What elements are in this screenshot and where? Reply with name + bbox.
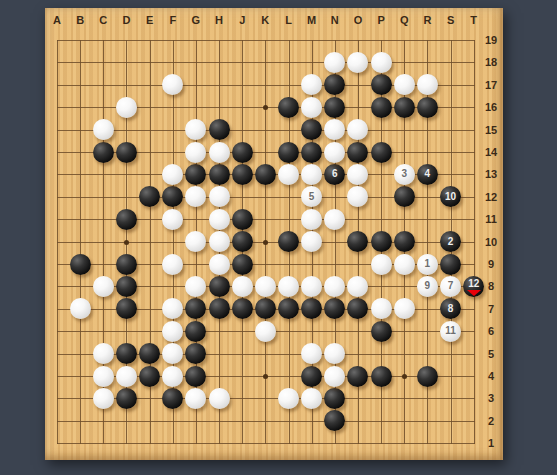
black-stone	[324, 388, 345, 409]
white-stone	[301, 97, 322, 118]
white-stone	[301, 343, 322, 364]
black-stone	[324, 298, 345, 319]
white-stone	[417, 74, 438, 95]
row-label: 17	[478, 76, 504, 94]
move-number: 5	[309, 192, 315, 202]
white-stone	[162, 298, 183, 319]
white-stone	[347, 186, 368, 207]
white-stone	[209, 209, 230, 230]
white-stone	[162, 209, 183, 230]
white-stone	[185, 142, 206, 163]
column-label: G	[186, 11, 206, 29]
black-stone	[417, 97, 438, 118]
last-move-marker	[467, 290, 481, 296]
white-stone	[185, 186, 206, 207]
move-number: 4	[425, 169, 431, 179]
black-stone	[301, 119, 322, 140]
row-label: 10	[478, 233, 504, 251]
black-stone	[371, 366, 392, 387]
row-label: 14	[478, 143, 504, 161]
black-stone: 6	[324, 164, 345, 185]
white-stone	[232, 276, 253, 297]
black-stone	[255, 164, 276, 185]
white-stone	[116, 97, 137, 118]
star-point	[263, 374, 268, 379]
black-stone	[232, 231, 253, 252]
white-stone	[301, 231, 322, 252]
star-point	[402, 374, 407, 379]
black-stone	[162, 388, 183, 409]
column-label: Q	[394, 11, 414, 29]
column-label: S	[441, 11, 461, 29]
column-label: M	[302, 11, 322, 29]
column-label: H	[209, 11, 229, 29]
row-label: 4	[478, 367, 504, 385]
black-stone	[324, 74, 345, 95]
row-label: 16	[478, 98, 504, 116]
black-stone	[371, 97, 392, 118]
black-stone	[70, 254, 91, 275]
white-stone	[93, 276, 114, 297]
white-stone	[347, 164, 368, 185]
column-label: K	[255, 11, 275, 29]
white-stone	[93, 343, 114, 364]
black-stone	[185, 343, 206, 364]
black-stone	[209, 298, 230, 319]
white-stone	[324, 366, 345, 387]
black-stone	[116, 276, 137, 297]
black-stone	[139, 186, 160, 207]
star-point	[124, 240, 129, 245]
column-label: R	[417, 11, 437, 29]
white-stone	[162, 164, 183, 185]
black-stone	[232, 209, 253, 230]
white-stone	[185, 119, 206, 140]
column-label: D	[116, 11, 136, 29]
black-stone	[324, 410, 345, 431]
white-stone	[347, 276, 368, 297]
grid-line	[57, 421, 475, 422]
column-label: J	[232, 11, 252, 29]
move-number: 2	[448, 237, 454, 247]
black-stone	[347, 231, 368, 252]
move-number: 1	[425, 259, 431, 269]
black-stone	[185, 321, 206, 342]
black-stone	[116, 388, 137, 409]
row-label: 15	[478, 121, 504, 139]
row-label: 18	[478, 53, 504, 71]
grid-line	[474, 40, 475, 444]
black-stone	[347, 366, 368, 387]
black-stone	[278, 97, 299, 118]
black-stone	[232, 298, 253, 319]
black-stone	[371, 142, 392, 163]
white-stone	[162, 74, 183, 95]
black-stone	[440, 254, 461, 275]
column-label: T	[464, 11, 484, 29]
column-label: O	[348, 11, 368, 29]
black-stone: 8	[440, 298, 461, 319]
white-stone	[324, 209, 345, 230]
white-stone	[162, 254, 183, 275]
white-stone	[209, 142, 230, 163]
white-stone	[301, 164, 322, 185]
grid-line	[57, 443, 475, 444]
column-label: F	[163, 11, 183, 29]
black-stone	[301, 142, 322, 163]
black-stone	[371, 74, 392, 95]
white-stone	[255, 321, 276, 342]
black-stone	[139, 343, 160, 364]
black-stone	[255, 298, 276, 319]
black-stone	[232, 142, 253, 163]
white-stone	[301, 74, 322, 95]
white-stone	[301, 276, 322, 297]
row-label: 11	[478, 210, 504, 228]
black-stone	[371, 231, 392, 252]
black-stone	[301, 366, 322, 387]
black-stone	[278, 231, 299, 252]
black-stone	[324, 97, 345, 118]
black-stone	[417, 366, 438, 387]
white-stone: 3	[394, 164, 415, 185]
move-number: 10	[445, 192, 456, 202]
column-label: N	[325, 11, 345, 29]
white-stone	[70, 298, 91, 319]
white-stone: 1	[417, 254, 438, 275]
black-stone	[185, 164, 206, 185]
white-stone	[394, 74, 415, 95]
black-stone	[209, 164, 230, 185]
black-stone	[347, 298, 368, 319]
white-stone	[162, 343, 183, 364]
white-stone: 7	[440, 276, 461, 297]
black-stone	[209, 119, 230, 140]
row-label: 5	[478, 345, 504, 363]
row-label: 1	[478, 434, 504, 452]
white-stone: 11	[440, 321, 461, 342]
column-label: A	[47, 11, 67, 29]
black-stone	[278, 142, 299, 163]
white-stone	[371, 254, 392, 275]
black-stone	[394, 97, 415, 118]
white-stone	[209, 186, 230, 207]
white-stone	[93, 366, 114, 387]
black-stone	[116, 209, 137, 230]
white-stone	[324, 276, 345, 297]
white-stone	[301, 388, 322, 409]
star-point	[263, 105, 268, 110]
black-stone	[371, 321, 392, 342]
white-stone	[209, 388, 230, 409]
move-number: 8	[448, 304, 454, 314]
row-label: 9	[478, 255, 504, 273]
row-label: 19	[478, 31, 504, 49]
white-stone	[371, 52, 392, 73]
white-stone	[255, 276, 276, 297]
row-label: 12	[478, 188, 504, 206]
black-stone	[185, 298, 206, 319]
column-label: L	[279, 11, 299, 29]
row-label: 13	[478, 165, 504, 183]
white-stone	[185, 388, 206, 409]
black-stone	[116, 298, 137, 319]
black-stone: 4	[417, 164, 438, 185]
white-stone	[209, 254, 230, 275]
white-stone	[93, 119, 114, 140]
white-stone	[209, 231, 230, 252]
black-stone	[116, 254, 137, 275]
go-board[interactable]: ABCDEFGHJKLMNOPQRST 19181716151413121110…	[45, 8, 503, 460]
row-label: 7	[478, 300, 504, 318]
white-stone	[324, 343, 345, 364]
white-stone: 9	[417, 276, 438, 297]
white-stone	[278, 388, 299, 409]
black-stone	[185, 366, 206, 387]
black-stone	[278, 298, 299, 319]
black-stone	[232, 254, 253, 275]
row-label: 3	[478, 389, 504, 407]
white-stone	[324, 142, 345, 163]
black-stone	[116, 343, 137, 364]
column-label: B	[70, 11, 90, 29]
move-number: 9	[425, 281, 431, 291]
white-stone: 5	[301, 186, 322, 207]
white-stone	[185, 276, 206, 297]
column-label: E	[140, 11, 160, 29]
star-point	[263, 240, 268, 245]
white-stone	[185, 231, 206, 252]
white-stone	[324, 52, 345, 73]
move-number: 11	[445, 326, 456, 336]
move-number: 12	[468, 279, 479, 289]
black-stone	[232, 164, 253, 185]
white-stone	[162, 366, 183, 387]
white-stone	[278, 276, 299, 297]
black-stone: 10	[440, 186, 461, 207]
black-stone	[116, 142, 137, 163]
white-stone	[93, 388, 114, 409]
black-stone	[93, 142, 114, 163]
white-stone	[394, 254, 415, 275]
app-background: ABCDEFGHJKLMNOPQRST 19181716151413121110…	[0, 0, 557, 475]
black-stone: 12	[463, 276, 484, 297]
row-label: 2	[478, 412, 504, 430]
black-stone	[394, 186, 415, 207]
white-stone	[347, 119, 368, 140]
white-stone	[116, 366, 137, 387]
column-label: P	[371, 11, 391, 29]
black-stone	[139, 366, 160, 387]
white-stone	[278, 164, 299, 185]
black-stone	[162, 186, 183, 207]
black-stone: 2	[440, 231, 461, 252]
black-stone	[301, 298, 322, 319]
white-stone	[324, 119, 345, 140]
move-number: 3	[401, 169, 407, 179]
black-stone	[209, 276, 230, 297]
move-number: 6	[332, 169, 338, 179]
white-stone	[162, 321, 183, 342]
row-label: 6	[478, 322, 504, 340]
black-stone	[347, 142, 368, 163]
black-stone	[394, 231, 415, 252]
white-stone	[301, 209, 322, 230]
column-label: C	[93, 11, 113, 29]
white-stone	[371, 298, 392, 319]
white-stone	[394, 298, 415, 319]
move-number: 7	[448, 281, 454, 291]
white-stone	[347, 52, 368, 73]
